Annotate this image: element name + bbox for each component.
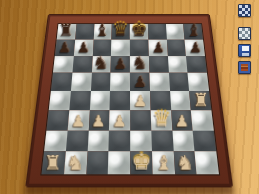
- square-b2[interactable]: [66, 130, 89, 151]
- piece-black-pawn-b7[interactable]: ♟: [77, 41, 90, 55]
- piece-white-pawn-e4[interactable]: ♟: [133, 94, 147, 109]
- square-d5[interactable]: [110, 73, 130, 91]
- piece-black-pawn-d6[interactable]: ♟: [114, 57, 127, 72]
- square-e4[interactable]: ♟: [130, 91, 150, 110]
- book-glyph: [239, 62, 250, 73]
- square-e5[interactable]: ♟: [130, 73, 150, 91]
- square-d4[interactable]: [110, 91, 130, 110]
- piece-black-bishop-c8[interactable]: ♝: [95, 22, 110, 39]
- piece-black-pawn-h7[interactable]: ♟: [189, 41, 202, 55]
- square-g7[interactable]: [166, 39, 186, 55]
- square-f3[interactable]: ♛: [150, 110, 172, 130]
- square-c5[interactable]: [90, 73, 110, 91]
- square-e8[interactable]: ♚: [130, 24, 148, 39]
- floppy-disk-glyph: [239, 45, 250, 56]
- square-d3[interactable]: ♟: [109, 110, 130, 130]
- piece-white-pawn-g3[interactable]: ♟: [175, 113, 189, 129]
- piece-white-knight-g1[interactable]: ♞: [177, 153, 195, 173]
- square-a5[interactable]: [51, 73, 72, 91]
- square-a2[interactable]: [44, 130, 67, 151]
- piece-white-rook-a1[interactable]: ♜: [44, 153, 62, 173]
- square-c3[interactable]: ♟: [88, 110, 109, 130]
- square-e6[interactable]: ♞: [130, 56, 149, 73]
- board-setup-icon[interactable]: [238, 27, 251, 40]
- piece-white-king-e1[interactable]: ♚: [131, 151, 151, 173]
- square-a3[interactable]: [46, 110, 69, 130]
- square-g8[interactable]: [165, 24, 184, 39]
- square-c4[interactable]: [89, 91, 110, 110]
- piece-black-knight-c6[interactable]: ♞: [93, 54, 109, 72]
- square-f7[interactable]: ♟: [148, 39, 167, 55]
- opening-book-icon[interactable]: [238, 61, 251, 74]
- square-a7[interactable]: ♟: [55, 39, 75, 55]
- piece-black-pawn-e5[interactable]: ♟: [133, 75, 146, 90]
- square-a4[interactable]: [49, 91, 71, 110]
- chess-app-window: ♜♝♛♚♝♟♟♟♟♞♟♞♟♟♜♟♟♟♛♟♜♞♚♝♞: [0, 0, 259, 194]
- square-b5[interactable]: [71, 73, 92, 91]
- square-e3[interactable]: [130, 110, 151, 130]
- square-h2[interactable]: [193, 130, 216, 151]
- square-f6[interactable]: [149, 56, 169, 73]
- piece-white-queen-f3[interactable]: ♛: [152, 108, 171, 129]
- square-b6[interactable]: [72, 56, 92, 73]
- piece-white-rook-h4[interactable]: ♜: [193, 91, 210, 110]
- square-g1[interactable]: ♞: [173, 152, 197, 175]
- board-grid: ♜♝♛♚♝♟♟♟♟♞♟♞♟♟♜♟♟♟♛♟♜♞♚♝♞: [42, 24, 219, 174]
- square-f8[interactable]: [148, 24, 167, 39]
- square-c2[interactable]: [87, 130, 109, 151]
- square-b1[interactable]: ♞: [64, 152, 87, 175]
- piece-white-pawn-d3[interactable]: ♟: [113, 113, 127, 129]
- square-f5[interactable]: [149, 73, 169, 91]
- square-b8[interactable]: [75, 24, 94, 39]
- piece-white-pawn-b3[interactable]: ♟: [71, 113, 85, 129]
- square-g4[interactable]: [170, 91, 191, 110]
- square-a1[interactable]: ♜: [42, 152, 66, 175]
- piece-black-rook-a8[interactable]: ♜: [58, 22, 73, 39]
- checkerboard-glyph: [239, 5, 250, 16]
- square-a6[interactable]: [53, 56, 74, 73]
- new-game-icon[interactable]: [238, 4, 251, 17]
- square-g2[interactable]: [172, 130, 195, 151]
- square-b3[interactable]: ♟: [67, 110, 89, 130]
- square-a8[interactable]: ♜: [57, 24, 77, 39]
- piece-black-pawn-a7[interactable]: ♟: [58, 41, 71, 55]
- square-d8[interactable]: ♛: [112, 24, 130, 39]
- piece-black-queen-d8[interactable]: ♛: [112, 20, 129, 38]
- square-f1[interactable]: ♝: [152, 152, 175, 175]
- square-h6[interactable]: [186, 56, 207, 73]
- square-f2[interactable]: [151, 130, 173, 151]
- piece-black-pawn-f7[interactable]: ♟: [152, 41, 165, 55]
- square-h1[interactable]: [195, 152, 219, 175]
- square-g6[interactable]: [167, 56, 187, 73]
- piece-white-knight-b1[interactable]: ♞: [66, 153, 84, 173]
- board-frame: ♜♝♛♚♝♟♟♟♟♞♟♞♟♟♜♟♟♟♛♟♜♞♚♝♞: [25, 14, 233, 187]
- checkerboard-light-glyph: [239, 28, 250, 39]
- piece-black-knight-e6[interactable]: ♞: [132, 54, 148, 72]
- square-b7[interactable]: ♟: [74, 39, 94, 55]
- square-h3[interactable]: [191, 110, 214, 130]
- square-d7[interactable]: [111, 39, 130, 55]
- square-e1[interactable]: ♚: [130, 152, 152, 175]
- square-g5[interactable]: [168, 73, 189, 91]
- piece-black-bishop-h8[interactable]: ♝: [186, 22, 201, 39]
- square-b4[interactable]: [69, 91, 90, 110]
- save-game-icon[interactable]: [238, 44, 251, 57]
- square-h8[interactable]: ♝: [183, 24, 203, 39]
- square-c6[interactable]: ♞: [91, 56, 111, 73]
- square-c8[interactable]: ♝: [93, 24, 112, 39]
- square-d6[interactable]: ♟: [111, 56, 130, 73]
- square-c1[interactable]: [86, 152, 109, 175]
- square-d1[interactable]: [108, 152, 130, 175]
- square-g3[interactable]: ♟: [171, 110, 193, 130]
- piece-white-bishop-f1[interactable]: ♝: [154, 153, 172, 173]
- square-h4[interactable]: ♜: [189, 91, 211, 110]
- square-h7[interactable]: ♟: [185, 39, 205, 55]
- piece-white-pawn-c3[interactable]: ♟: [92, 113, 106, 129]
- square-d2[interactable]: [109, 130, 131, 151]
- board-scene: ♜♝♛♚♝♟♟♟♟♞♟♞♟♟♜♟♟♟♛♟♜♞♚♝♞: [0, 0, 259, 194]
- piece-black-king-e8[interactable]: ♚: [131, 20, 148, 38]
